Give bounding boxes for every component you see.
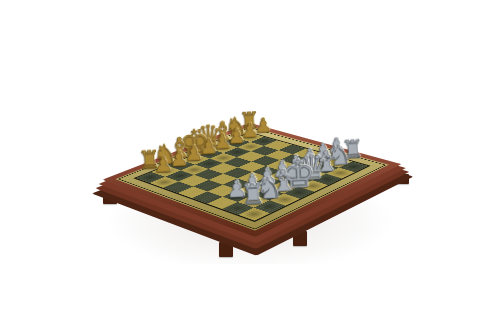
product-photo: ♜♟♟♜♞♟♟♞♝♟♟♝♛♟♟♛♚♟♟♚♝♟♟♝♞♟♟♞♜♟♟♜ [0, 0, 480, 320]
black-pawn[interactable]: ♟ [138, 142, 189, 183]
white-rook[interactable]: ♜ [226, 171, 281, 216]
